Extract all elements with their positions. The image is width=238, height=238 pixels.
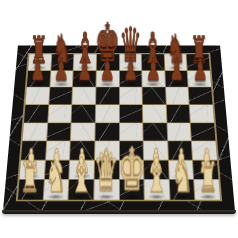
board-side-edge — [2, 210, 236, 214]
piece-black-pawn: ♟ — [169, 55, 184, 86]
square-b4 — [47, 123, 71, 141]
square-d6 — [96, 88, 119, 105]
square-f4 — [143, 123, 167, 141]
square-e5 — [119, 105, 142, 122]
chess-board: ♜♞♝♚♛♝♞♜♟♟♟♟♟♟♟♟♟♟♟♟♟♟♟♟♜♞♝♛♚♝♞♜ — [3, 45, 235, 211]
square-f7: ♟ — [142, 71, 165, 87]
square-e7: ♟ — [119, 71, 141, 87]
square-g5 — [166, 105, 190, 122]
square-g1: ♞ — [170, 180, 195, 200]
piece-white-queen: ♛ — [94, 145, 120, 198]
square-e1: ♚ — [119, 180, 143, 200]
square-c6 — [72, 88, 95, 105]
board-grid: ♜♞♝♚♛♝♞♜♟♟♟♟♟♟♟♟♟♟♟♟♟♟♟♟♜♞♝♛♚♝♞♜ — [18, 54, 220, 199]
piece-white-knight: ♞ — [45, 154, 66, 199]
brass-trim: ♜♞♝♚♛♝♞♜♟♟♟♟♟♟♟♟♟♟♟♟♟♟♟♟♜♞♝♛♚♝♞♜ — [16, 53, 222, 201]
square-g7: ♟ — [165, 71, 188, 87]
square-f5 — [143, 105, 166, 122]
piece-black-pawn: ♟ — [31, 55, 46, 86]
piece-white-knight: ♞ — [172, 154, 193, 199]
piece-white-king: ♚ — [117, 139, 145, 198]
piece-black-pawn: ♟ — [100, 55, 115, 86]
square-f6 — [143, 88, 166, 105]
square-d5 — [96, 105, 119, 122]
piece-black-pawn: ♟ — [146, 55, 161, 86]
piece-white-rook: ♜ — [198, 157, 218, 199]
piece-white-bishop: ♝ — [146, 151, 169, 199]
square-a7: ♟ — [27, 71, 50, 87]
square-h5 — [190, 105, 214, 122]
square-d1: ♛ — [94, 180, 118, 200]
piece-black-pawn: ♟ — [193, 55, 208, 86]
square-a4 — [23, 123, 47, 141]
square-h4 — [191, 123, 215, 141]
piece-black-pawn: ♟ — [77, 55, 92, 86]
square-g6 — [166, 88, 189, 105]
square-h7: ♟ — [188, 71, 211, 87]
square-d7: ♟ — [96, 71, 118, 87]
product-photo-scene: ♜♞♝♚♛♝♞♜♟♟♟♟♟♟♟♟♟♟♟♟♟♟♟♟♜♞♝♛♚♝♞♜ — [0, 0, 238, 238]
square-c1: ♝ — [69, 180, 94, 200]
piece-black-pawn: ♟ — [123, 55, 138, 86]
square-a5 — [24, 105, 48, 122]
square-h1: ♜ — [195, 180, 221, 200]
square-c4 — [71, 123, 95, 141]
square-b7: ♟ — [50, 71, 73, 87]
square-f1: ♝ — [144, 180, 169, 200]
square-b1: ♞ — [43, 180, 68, 200]
square-e6 — [119, 88, 142, 105]
square-c5 — [72, 105, 95, 122]
square-b5 — [48, 105, 72, 122]
piece-black-pawn: ♟ — [54, 55, 69, 86]
piece-white-bishop: ♝ — [70, 151, 93, 199]
square-c7: ♟ — [73, 71, 96, 87]
piece-white-rook: ♜ — [20, 157, 40, 199]
square-g4 — [167, 123, 191, 141]
square-d4 — [95, 123, 118, 141]
square-a1: ♜ — [18, 180, 44, 200]
square-a6 — [25, 88, 49, 105]
square-h6 — [189, 88, 213, 105]
square-b6 — [49, 88, 72, 105]
